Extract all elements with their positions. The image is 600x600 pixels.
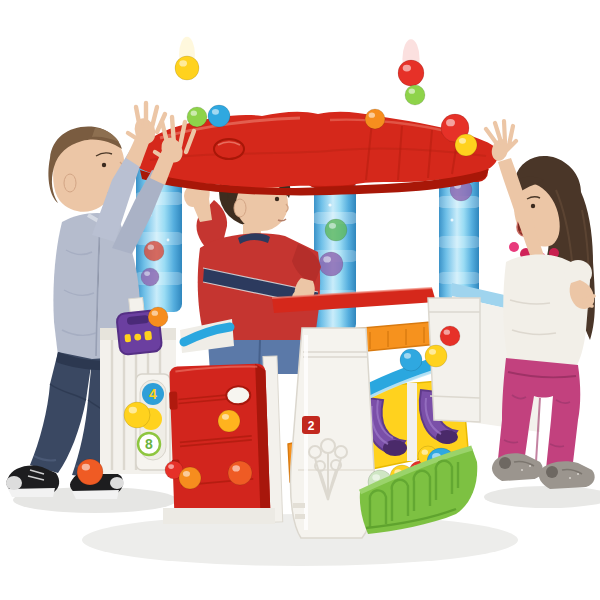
ball-orange: [148, 307, 168, 327]
ball-red: [440, 326, 460, 346]
ball-red: [144, 241, 164, 261]
ball-yellow: [425, 345, 447, 367]
number-4: 4: [149, 386, 157, 402]
ball-yellow: [455, 134, 477, 156]
ball-lime: [405, 85, 425, 105]
ball-red: [398, 39, 424, 86]
product-photo-stage: 4 8: [0, 0, 600, 600]
ball-lime: [187, 107, 207, 127]
svg-text:2: 2: [308, 419, 315, 433]
step2-logo: 2: [302, 416, 320, 434]
girl-shoe-right: [539, 461, 595, 489]
ball-yellow: [124, 402, 150, 428]
ball-red-orange: [77, 459, 103, 485]
number-8: 8: [145, 436, 153, 452]
ball-blue: [208, 105, 230, 127]
red-door: [168, 356, 283, 526]
ball-yellow: [175, 37, 199, 80]
ball-purple: [319, 252, 343, 276]
ball-orange: [365, 109, 385, 129]
girl-shoe-left: [492, 453, 543, 481]
scene-svg: 4 8: [0, 0, 600, 600]
ball-yellow-orange: [218, 410, 240, 432]
ball-blue: [400, 349, 422, 371]
ball-green: [325, 219, 347, 241]
ball-orange: [179, 467, 201, 489]
ball-purple: [141, 268, 159, 286]
ball-red-orange: [228, 461, 252, 485]
